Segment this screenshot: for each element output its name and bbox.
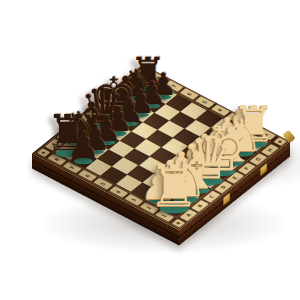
corner-motif: ◆ <box>171 219 185 228</box>
chess-board: ABCDEFGH ABCDEFGH 87654321 87654321 ◆ ◆ … <box>32 65 290 231</box>
brass-clasp <box>223 193 229 206</box>
corner-motif: ◆ <box>138 67 152 76</box>
brass-clasp <box>260 163 266 176</box>
chess-set-photo: ABCDEFGH ABCDEFGH 87654321 87654321 ◆ ◆ … <box>0 0 300 300</box>
corner-motif: ◆ <box>36 148 50 157</box>
